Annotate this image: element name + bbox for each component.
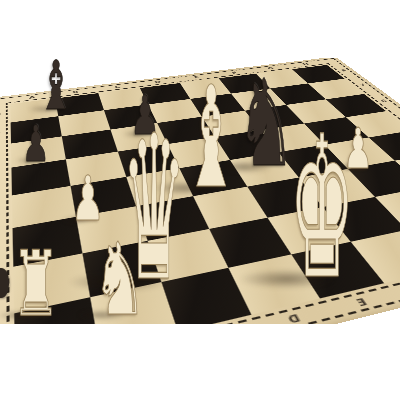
board-photo-scene: AABBCCDDEEFFGGHH1122334455667788 ♝♟♟♞♟♝♟… [0,58,400,324]
piece-white-king-e1: ♚ [289,110,354,306]
rank-label-left-7: 7 [0,123,4,146]
photo-background: AABBCCDDEEFFGGHH1122334455667788 ♝♟♟♞♟♝♟… [0,0,400,400]
rank-label-left-8: 8 [0,105,4,125]
rank-label-left-4: 4 [0,197,4,233]
piece-white-knight-b1: ♞ [93,230,147,324]
piece-black-bishop-a7: ♝ [38,58,75,120]
piece-black-pawn-a6: ♟ [22,119,50,169]
rank-label-left-6: 6 [0,144,4,170]
piece-white-rook-a1: ♜ [12,239,60,324]
piece-black-knight-e5: ♞ [236,64,295,184]
rank-label-left-3: 3 [0,230,4,272]
rank-label-left-5: 5 [0,169,4,199]
piece-white-bishop-d4: ♝ [183,68,238,208]
